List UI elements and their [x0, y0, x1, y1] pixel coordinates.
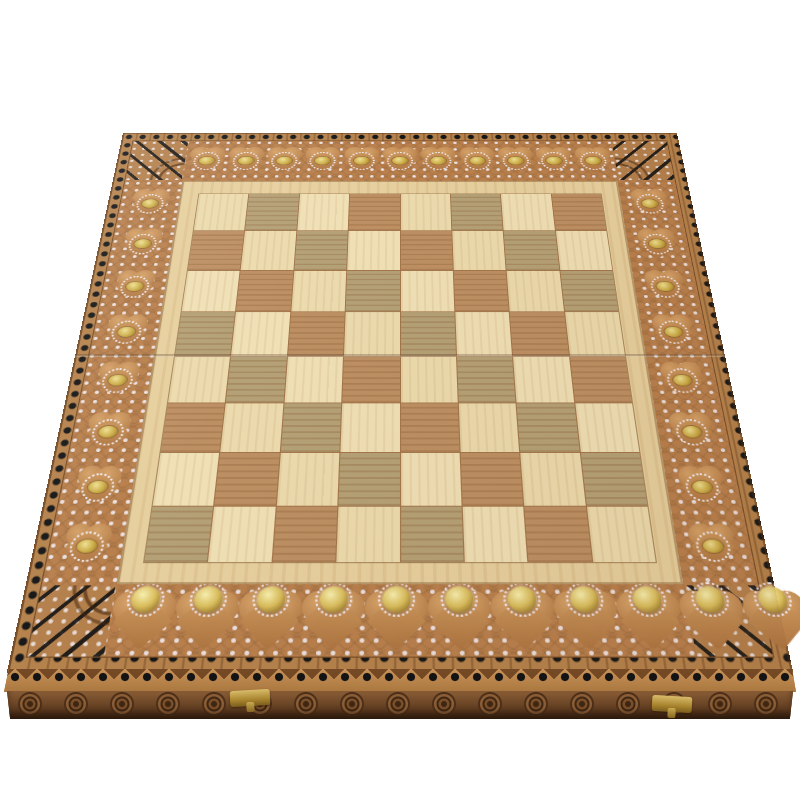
square-d7 — [347, 231, 399, 270]
heart-motif — [112, 270, 156, 304]
heart-motif — [60, 523, 114, 570]
heart-motif — [629, 189, 670, 219]
brass-oval — [648, 239, 666, 248]
brass-hinge-right — [652, 695, 693, 713]
square-h5 — [565, 312, 625, 355]
heart-motif-with-stud — [490, 583, 558, 654]
square-b4 — [226, 356, 287, 402]
heart-motif — [459, 147, 495, 175]
heart-motif — [304, 147, 340, 175]
square-h8 — [551, 194, 606, 231]
square-c8 — [297, 194, 349, 231]
heart-motif — [103, 314, 149, 350]
square-b3 — [221, 403, 284, 452]
square-b1 — [208, 506, 275, 562]
front-edge-teeth — [4, 669, 796, 692]
chess-board — [7, 133, 794, 673]
square-g8 — [501, 194, 555, 231]
square-a5 — [175, 312, 235, 355]
square-b6 — [236, 271, 293, 312]
square-e1 — [401, 506, 464, 562]
brass-hinge-left — [230, 689, 271, 707]
square-g2 — [521, 453, 586, 505]
square-c1 — [272, 506, 337, 562]
square-c3 — [281, 403, 342, 452]
heart-motif — [382, 147, 417, 175]
heart-motif-with-stud — [428, 583, 494, 654]
heart-motif — [421, 147, 457, 175]
square-g1 — [525, 506, 592, 562]
square-c5 — [288, 312, 345, 355]
square-f4 — [457, 356, 516, 402]
square-e2 — [401, 453, 462, 505]
heart-motif-with-stud — [105, 583, 179, 654]
heart-motif — [187, 147, 226, 175]
square-h2 — [581, 453, 648, 505]
square-h1 — [587, 506, 656, 562]
square-a6 — [182, 271, 240, 312]
square-e6 — [400, 271, 454, 312]
square-e7 — [400, 231, 452, 270]
heart-motif — [121, 228, 164, 260]
square-h4 — [570, 356, 632, 402]
square-a8 — [194, 194, 249, 231]
fold-seam — [75, 354, 725, 356]
square-g6 — [507, 271, 564, 312]
brass-oval — [353, 157, 369, 165]
heart-motif-with-stud — [170, 583, 241, 654]
square-f7 — [452, 231, 506, 270]
heart-motif — [497, 147, 534, 175]
heart-motif-with-stud — [364, 583, 429, 654]
square-b5 — [231, 312, 290, 355]
brass-oval — [641, 199, 659, 207]
square-h7 — [556, 231, 613, 270]
square-c4 — [284, 356, 343, 402]
square-g5 — [510, 312, 569, 355]
brass-stud — [382, 586, 410, 612]
heart-motif-with-stud — [552, 583, 623, 654]
square-h3 — [575, 403, 639, 452]
checkerboard — [144, 194, 655, 562]
square-c2 — [277, 453, 340, 505]
square-d2 — [339, 453, 400, 505]
square-f8 — [451, 194, 503, 231]
square-d4 — [342, 356, 399, 402]
heart-motif-with-stud — [299, 583, 365, 654]
corner-ornament-top-right — [612, 141, 675, 180]
square-f3 — [459, 403, 520, 452]
brass-oval — [469, 157, 485, 165]
heart-motif — [343, 147, 379, 175]
heart-motif — [574, 147, 613, 175]
square-f2 — [461, 453, 524, 505]
square-c6 — [291, 271, 346, 312]
product-photo-background — [0, 0, 800, 800]
square-d8 — [349, 194, 400, 231]
heart-motif — [659, 362, 707, 400]
square-b7 — [241, 231, 296, 270]
square-e8 — [400, 194, 451, 231]
square-b8 — [245, 194, 299, 231]
square-a1 — [144, 506, 213, 562]
square-f5 — [455, 312, 512, 355]
heart-motif — [651, 314, 697, 350]
square-f1 — [463, 506, 528, 562]
square-a4 — [168, 356, 230, 402]
square-d5 — [344, 312, 399, 355]
corner-ornament-bottom-left — [27, 585, 115, 656]
square-e3 — [401, 403, 460, 452]
square-d3 — [341, 403, 400, 452]
square-c7 — [294, 231, 348, 270]
heart-motif-with-stud — [235, 583, 304, 654]
brass-oval — [392, 157, 408, 165]
heart-motif — [535, 147, 573, 175]
heart-motif — [226, 147, 264, 175]
square-g7 — [504, 231, 559, 270]
heart-motif-with-stud — [614, 583, 687, 654]
heart-motif — [643, 270, 687, 304]
square-f6 — [454, 271, 509, 312]
square-h6 — [560, 271, 618, 312]
brass-oval — [508, 157, 524, 165]
heart-motif — [677, 466, 729, 510]
border-strip-top — [182, 141, 617, 181]
corner-ornament-top-left — [125, 141, 188, 180]
square-g3 — [517, 403, 580, 452]
heart-motif — [687, 523, 741, 570]
maple-margin — [117, 181, 683, 584]
heart-motif — [83, 412, 133, 453]
heart-motif — [668, 412, 718, 453]
square-d1 — [336, 506, 399, 562]
heart-motif — [72, 466, 124, 510]
square-a7 — [188, 231, 245, 270]
square-e4 — [401, 356, 458, 402]
square-e5 — [400, 312, 455, 355]
brass-stud — [445, 586, 474, 612]
square-b2 — [215, 453, 280, 505]
heart-motif — [129, 189, 170, 219]
heart-motif — [265, 147, 302, 175]
heart-motif — [636, 228, 679, 260]
square-g4 — [513, 356, 574, 402]
border-strip-bottom — [105, 581, 695, 657]
square-a2 — [153, 453, 220, 505]
heart-motif — [93, 362, 141, 400]
square-a3 — [161, 403, 225, 452]
square-d6 — [346, 271, 400, 312]
